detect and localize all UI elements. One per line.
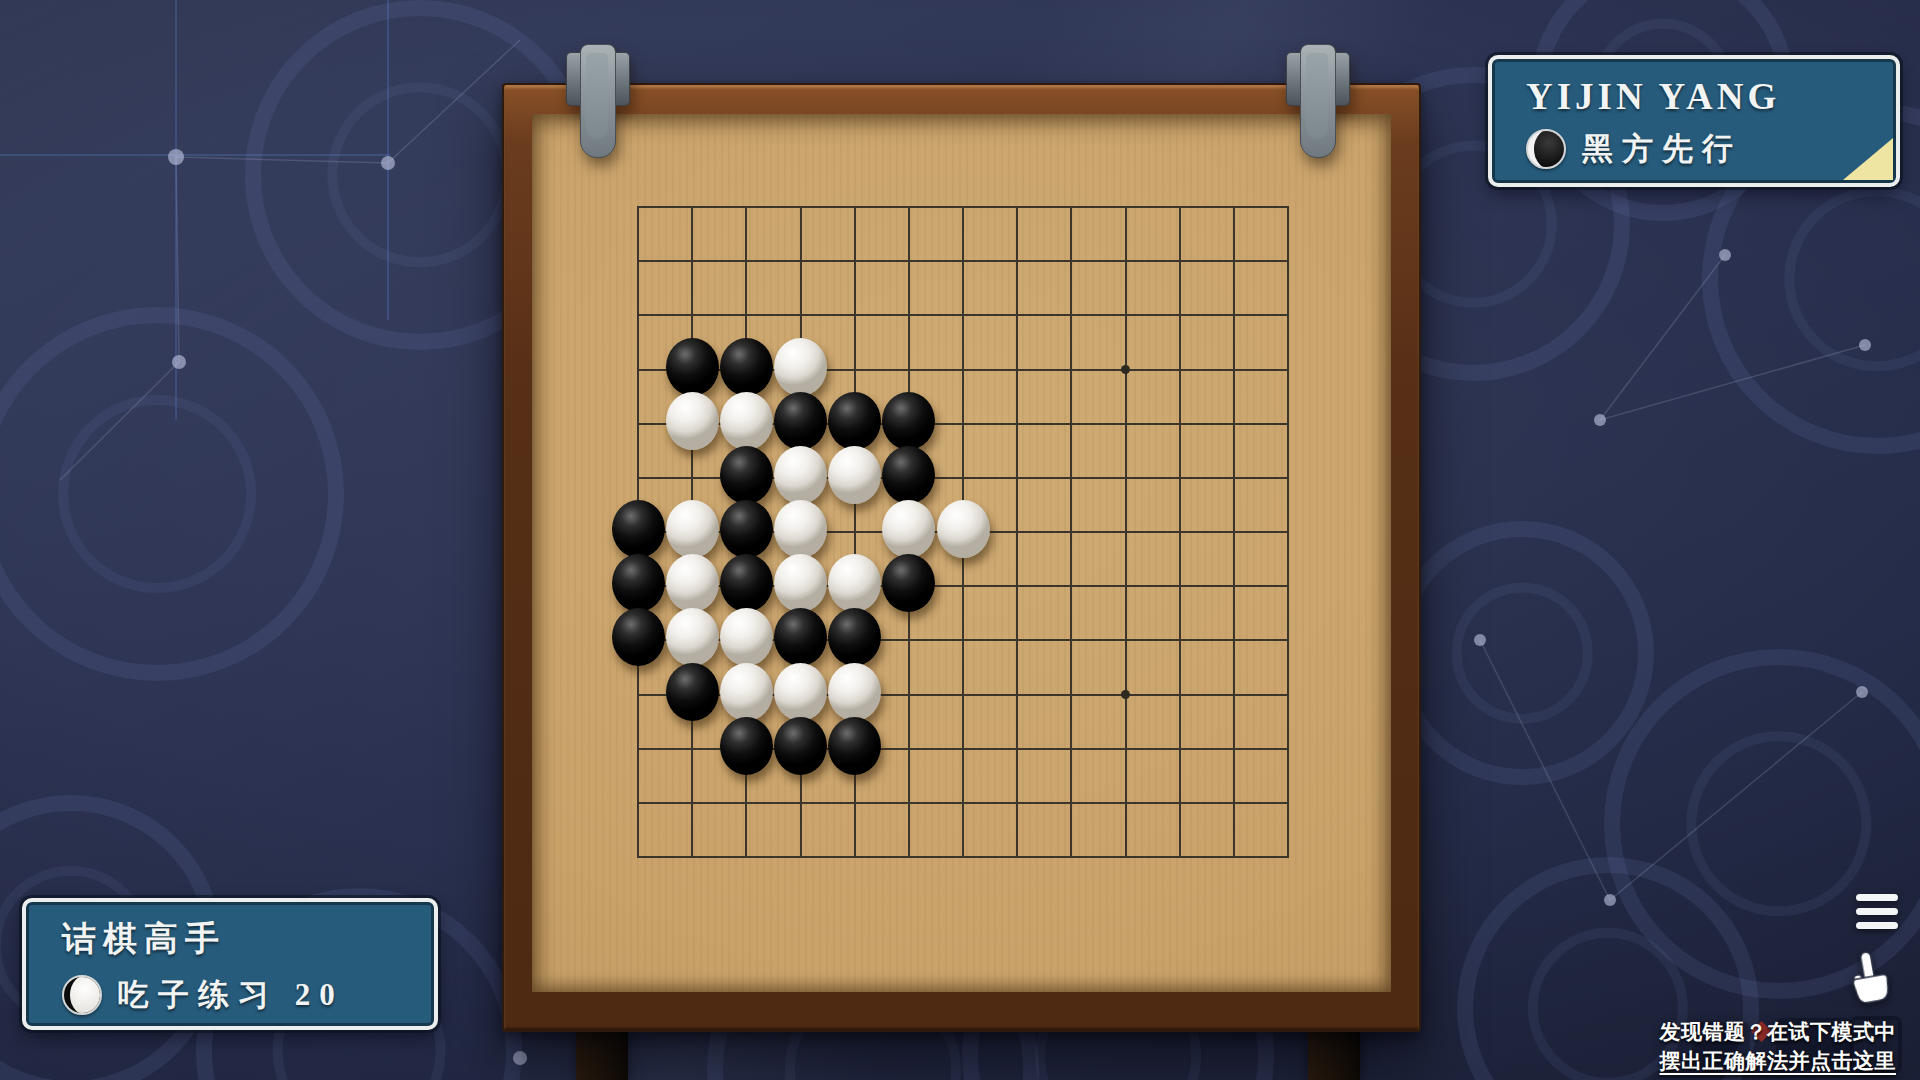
board-clip-right (1286, 44, 1348, 162)
player-name: YIJIN YANG (1526, 75, 1896, 118)
board-stand-leg-right (1308, 1029, 1360, 1080)
black-stone (612, 554, 665, 612)
grid-line-horizontal (637, 802, 1289, 804)
board-stand-leg-left (576, 1029, 628, 1080)
black-stone (828, 608, 881, 666)
panel-corner-triangle-icon (1843, 138, 1893, 180)
grid-line-vertical (1287, 206, 1289, 858)
grid-line-vertical (1233, 206, 1235, 858)
black-stone (720, 717, 773, 775)
white-stone (774, 500, 827, 558)
black-stone (666, 338, 719, 396)
black-stone-icon (1526, 129, 1566, 169)
hint-link[interactable]: 摆出正确解法并点击这里 (1660, 1047, 1897, 1076)
black-stone (882, 554, 935, 612)
white-stone (720, 392, 773, 450)
white-stone (828, 663, 881, 721)
white-stone (828, 446, 881, 504)
black-stone (720, 446, 773, 504)
black-stone (720, 500, 773, 558)
puzzle-subtitle: 吃子练习 20 (118, 974, 344, 1016)
black-stone (882, 392, 935, 450)
white-stone (666, 554, 719, 612)
go-board-frame (502, 83, 1421, 1032)
black-stone (774, 392, 827, 450)
black-stone (828, 392, 881, 450)
white-stone (720, 608, 773, 666)
black-stone (666, 663, 719, 721)
white-stone-icon (62, 975, 102, 1015)
player-panel: YIJIN YANG 黑方先行 (1488, 55, 1900, 187)
black-stone (828, 717, 881, 775)
decor-ring (1390, 521, 1654, 785)
grid-line-vertical (1016, 206, 1018, 858)
grid-line-horizontal (637, 856, 1289, 858)
grid-line-vertical (1179, 206, 1181, 858)
black-stone (882, 446, 935, 504)
go-puzzle-screen: { "game": "go", "variant": "13x13 weiqi … (0, 0, 1920, 1080)
go-board[interactable] (532, 114, 1391, 992)
puzzle-title: 诘棋高手 (62, 916, 434, 962)
black-stone (720, 338, 773, 396)
star-point (1121, 365, 1130, 374)
black-stone (612, 608, 665, 666)
white-stone (774, 663, 827, 721)
black-stone (612, 500, 665, 558)
white-stone (828, 554, 881, 612)
grid-line-vertical (1125, 206, 1127, 858)
hamburger-menu-icon[interactable] (1856, 894, 1898, 929)
white-stone (720, 663, 773, 721)
white-stone (666, 500, 719, 558)
white-stone (882, 500, 935, 558)
white-stone (774, 446, 827, 504)
go-board-grid (637, 206, 1289, 858)
white-stone (774, 554, 827, 612)
puzzle-panel: 诘棋高手 吃子练习 20 (22, 898, 438, 1030)
player-turn-label: 黑方先行 (1582, 128, 1742, 170)
white-stone (666, 392, 719, 450)
hint-line-1: 发现错题？在试下模式中 (1660, 1018, 1897, 1047)
black-stone (774, 717, 827, 775)
black-stone (720, 554, 773, 612)
white-stone (666, 608, 719, 666)
star-point (1121, 690, 1130, 699)
decor-ring (0, 307, 344, 681)
hint-text: 发现错题？在试下模式中 摆出正确解法并点击这里 (1660, 1018, 1897, 1076)
white-stone (774, 338, 827, 396)
black-stone (774, 608, 827, 666)
grid-line-vertical (1070, 206, 1072, 858)
white-stone (937, 500, 990, 558)
board-clip-left (566, 44, 628, 162)
